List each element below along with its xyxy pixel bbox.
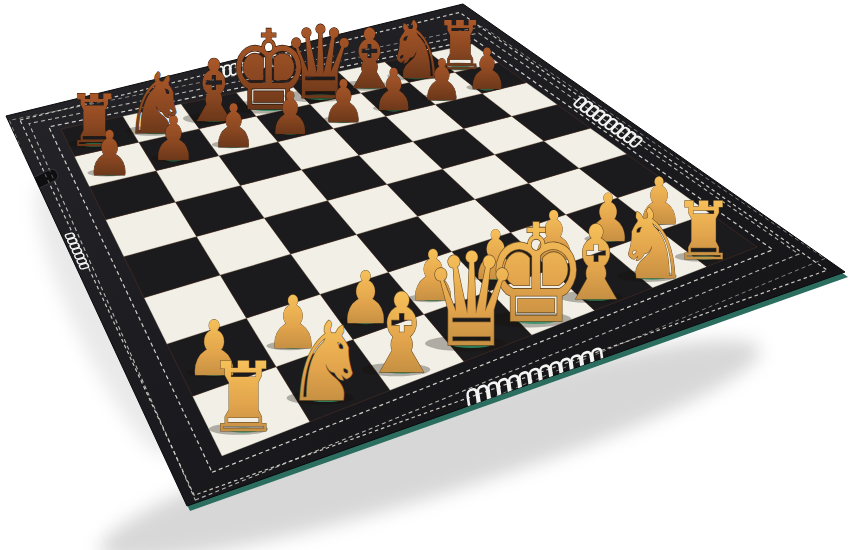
piece-black-pawn-a7: ♟ (86, 117, 133, 190)
piece-black-pawn-b7: ♟ (151, 104, 197, 174)
chess-product-photo: ♜♞♝♟♛♟♚♟♝♟♞♟♜♟♟♟♟♟♜♟♞♟♝♟♚♟♛♟♝♟♞♜ (0, 0, 850, 550)
piece-glyph-pawn: ♟ (151, 104, 197, 174)
piece-glyph-knight: ♞ (285, 299, 367, 426)
board-scene: ♜♞♝♟♛♟♚♟♝♟♞♟♜♟♟♟♟♟♜♟♞♟♝♟♚♟♛♟♝♟♞♜ (0, 0, 850, 550)
piece-white-knight-b1: ♞ (285, 299, 367, 426)
piece-glyph-rook: ♜ (207, 342, 279, 454)
piece-glyph-pawn: ♟ (86, 117, 133, 190)
piece-glyph-pawn: ♟ (372, 56, 416, 124)
piece-white-rook-a1: ♜ (207, 342, 279, 454)
piece-black-pawn-g7: ♟ (420, 46, 463, 112)
piece-white-bishop-c1: ♝ (360, 270, 443, 398)
piece-glyph-pawn: ♟ (465, 36, 508, 102)
piece-black-pawn-c7: ♟ (211, 91, 256, 160)
piece-glyph-pawn: ♟ (420, 46, 463, 112)
piece-black-pawn-d7: ♟ (268, 79, 312, 148)
piece-glyph-pawn: ♟ (211, 91, 256, 160)
piece-black-pawn-h7: ♟ (465, 36, 508, 102)
piece-black-pawn-f7: ♟ (372, 56, 416, 124)
piece-glyph-pawn: ♟ (321, 66, 365, 135)
piece-glyph-bishop: ♝ (360, 270, 443, 398)
piece-glyph-pawn: ♟ (268, 79, 312, 148)
piece-black-pawn-e7: ♟ (321, 66, 365, 135)
